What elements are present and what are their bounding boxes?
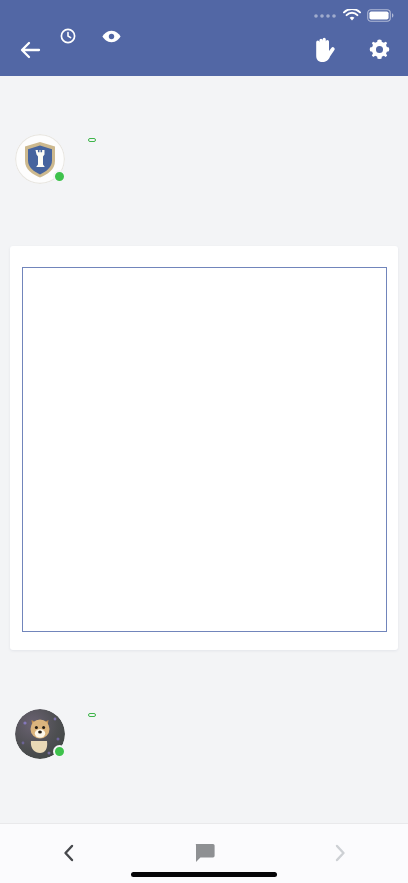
player-card-top — [0, 118, 408, 206]
chat-bubble-icon — [194, 843, 215, 863]
online-indicator — [53, 170, 66, 183]
cellular-signal-icon — [313, 12, 337, 20]
file-labels-bottom — [22, 629, 386, 649]
home-indicator[interactable] — [131, 872, 277, 877]
online-indicator — [53, 745, 66, 758]
status-icons — [313, 9, 394, 22]
prev-move-button[interactable] — [50, 838, 86, 868]
status-bar — [0, 6, 408, 26]
bottom-toolbar — [0, 823, 408, 883]
wifi-icon — [343, 9, 361, 22]
clock-icon — [60, 28, 76, 44]
hand-icon — [311, 36, 335, 63]
chess-board-panel — [10, 246, 398, 650]
game-info-row — [60, 28, 127, 44]
spectators-eye-icon — [102, 30, 121, 43]
battery-icon — [367, 9, 394, 22]
title-block — [60, 26, 127, 44]
player-card-bottom — [0, 693, 408, 781]
header — [0, 0, 408, 76]
raise-hand-button[interactable] — [308, 34, 338, 64]
chess-board — [22, 267, 387, 632]
gear-icon — [368, 38, 391, 61]
rank-labels-left — [10, 267, 22, 629]
chevron-left-icon — [63, 844, 74, 862]
settings-button[interactable] — [364, 34, 394, 64]
header-actions — [308, 34, 394, 64]
rank-labels-right — [386, 267, 398, 629]
verified-badge — [88, 138, 96, 142]
player-top-avatar[interactable] — [15, 134, 65, 184]
chevron-right-icon — [335, 844, 346, 862]
next-move-button[interactable] — [322, 838, 358, 868]
chat-button[interactable] — [186, 838, 222, 868]
back-button[interactable] — [16, 36, 44, 64]
file-labels-top — [22, 247, 386, 267]
verified-badge — [88, 713, 96, 717]
nav-row — [0, 26, 408, 76]
player-bottom-avatar[interactable] — [15, 709, 65, 759]
app-screen — [0, 0, 408, 883]
